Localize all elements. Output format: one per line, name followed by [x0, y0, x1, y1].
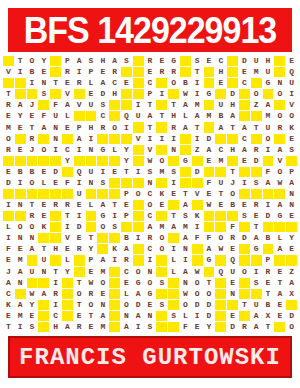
grid-cell-letter: N — [50, 122, 61, 132]
grid-cell-letter: L — [3, 222, 14, 232]
grid-cell-letter: F — [3, 244, 14, 254]
grid-cell-empty — [86, 211, 97, 221]
grid-cell-empty — [38, 134, 49, 144]
grid-cell-empty — [227, 211, 238, 221]
grid-cell-empty — [133, 211, 144, 221]
grid-cell-empty — [263, 89, 274, 99]
grid-cell-letter: E — [156, 200, 167, 210]
grid-cell-empty — [133, 178, 144, 188]
grid-cell-letter: E — [156, 56, 167, 66]
grid-cell-letter: E — [227, 311, 238, 321]
grid-cell-letter: R — [239, 322, 250, 332]
grid-cell-empty — [121, 100, 132, 110]
grid-cell-empty — [286, 222, 297, 232]
grid-cell-letter: K — [286, 122, 297, 132]
grid-cell-empty — [97, 244, 108, 254]
grid-cell-letter: F — [204, 178, 215, 188]
grid-cell-letter: E — [121, 200, 132, 210]
grid-cell-letter: L — [109, 145, 120, 155]
grid-cell-letter: P — [86, 255, 97, 265]
grid-cell-letter: T — [227, 167, 238, 177]
grid-cell-letter: R — [27, 211, 38, 221]
grid-cell-letter: E — [286, 56, 297, 66]
grid-cell-letter: E — [286, 211, 297, 221]
grid-cell-letter: Y — [38, 56, 49, 66]
grid-cell-letter: I — [192, 222, 203, 232]
grid-cell-empty — [15, 289, 26, 299]
grid-cell-letter: T — [50, 78, 61, 88]
grid-cell-letter: M — [263, 111, 274, 121]
grid-cell-empty — [156, 122, 167, 132]
grid-cell-letter: Z — [192, 145, 203, 155]
grid-cell-letter: Y — [204, 322, 215, 332]
grid-cell-letter: N — [286, 200, 297, 210]
grid-cell-letter: I — [192, 89, 203, 99]
grid-cell-letter: L — [62, 111, 73, 121]
grid-cell-letter: O — [145, 200, 156, 210]
grid-cell-letter: N — [15, 278, 26, 288]
grid-cell-letter: A — [97, 200, 108, 210]
grid-cell-letter: I — [74, 178, 85, 188]
grid-cell-letter: A — [227, 111, 238, 121]
grid-cell-letter: T — [274, 278, 285, 288]
grid-cell-empty — [180, 145, 191, 155]
grid-cell-empty — [274, 222, 285, 232]
grid-cell-letter: A — [145, 222, 156, 232]
grid-cell-empty — [74, 89, 85, 99]
grid-cell-letter: Y — [62, 156, 73, 166]
grid-cell-letter: R — [62, 67, 73, 77]
grid-cell-letter: A — [62, 100, 73, 110]
grid-cell-letter: N — [121, 311, 132, 321]
grid-cell-empty — [133, 78, 144, 88]
grid-cell-letter: I — [168, 244, 179, 254]
grid-cell-letter: I — [74, 145, 85, 155]
grid-cell-letter: H — [50, 244, 61, 254]
grid-cell-letter: E — [74, 200, 85, 210]
grid-cell-letter: T — [145, 100, 156, 110]
grid-cell-empty — [62, 300, 73, 310]
grid-cell-empty — [215, 311, 226, 321]
grid-cell-empty — [180, 167, 191, 177]
grid-cell-letter: T — [168, 211, 179, 221]
grid-cell-letter: L — [86, 78, 97, 88]
grid-cell-letter: L — [38, 178, 49, 188]
grid-cell-letter: U — [263, 67, 274, 77]
grid-cell-empty — [227, 134, 238, 144]
grid-cell-empty — [274, 67, 285, 77]
grid-cell-empty — [227, 67, 238, 77]
grid-cell-empty — [74, 255, 85, 265]
grid-cell-letter: I — [145, 255, 156, 265]
grid-cell-empty — [192, 200, 203, 210]
grid-cell-letter: L — [168, 267, 179, 277]
grid-cell-letter: Y — [27, 300, 38, 310]
grid-cell-letter: E — [286, 134, 297, 144]
grid-cell-letter: N — [180, 244, 191, 254]
grid-cell-letter: G — [97, 145, 108, 155]
grid-cell-letter: O — [286, 111, 297, 121]
grid-cell-letter: F — [204, 233, 215, 243]
grid-cell-empty — [38, 233, 49, 243]
grid-cell-letter: E — [204, 156, 215, 166]
grid-cell-letter: I — [192, 134, 203, 144]
grid-cell-letter: O — [86, 300, 97, 310]
grid-cell-letter: N — [274, 78, 285, 88]
grid-cell-letter: O — [121, 300, 132, 310]
grid-cell-letter: Y — [15, 111, 26, 121]
grid-cell-letter: O — [38, 145, 49, 155]
grid-cell-empty — [109, 289, 120, 299]
grid-cell-letter: B — [27, 67, 38, 77]
grid-cell-letter: K — [38, 222, 49, 232]
grid-cell-letter: G — [204, 255, 215, 265]
grid-cell-letter: S — [97, 178, 108, 188]
grid-cell-empty — [156, 145, 167, 155]
grid-cell-letter: O — [192, 289, 203, 299]
grid-cell-letter: A — [145, 111, 156, 121]
grid-cell-letter: J — [227, 178, 238, 188]
grid-cell-letter: N — [180, 278, 191, 288]
grid-cell-letter: N — [168, 145, 179, 155]
grid-cell-letter: T — [62, 211, 73, 221]
grid-cell-letter: V — [74, 100, 85, 110]
grid-cell-empty — [109, 300, 120, 310]
grid-cell-empty — [15, 89, 26, 99]
grid-cell-empty — [251, 134, 262, 144]
grid-cell-letter: T — [239, 300, 250, 310]
grid-cell-letter: U — [215, 178, 226, 188]
grid-cell-empty — [251, 289, 262, 299]
grid-cell-letter: E — [274, 311, 285, 321]
grid-cell-letter: Q — [215, 267, 226, 277]
grid-cell-empty — [180, 134, 191, 144]
grid-cell-letter: M — [204, 111, 215, 121]
grid-cell-letter: E — [50, 178, 61, 188]
grid-cell-empty — [50, 56, 61, 66]
grid-cell-letter: I — [50, 145, 61, 155]
grid-cell-letter: L — [121, 289, 132, 299]
grid-cell-letter: R — [3, 100, 14, 110]
grid-cell-letter: I — [50, 278, 61, 288]
grid-cell-letter: B — [15, 167, 26, 177]
grid-cell-empty — [38, 322, 49, 332]
grid-cell-empty — [109, 100, 120, 110]
grid-cell-letter: E — [239, 200, 250, 210]
grid-cell-letter: G — [180, 156, 191, 166]
grid-cell-empty — [121, 222, 132, 232]
grid-cell-empty — [215, 278, 226, 288]
grid-cell-empty — [62, 311, 73, 321]
grid-cell-letter: E — [192, 322, 203, 332]
grid-cell-letter: S — [168, 311, 179, 321]
grid-cell-empty — [180, 67, 191, 77]
grid-cell-letter: S — [27, 322, 38, 332]
grid-cell-letter: U — [286, 78, 297, 88]
grid-cell-letter: G — [145, 289, 156, 299]
grid-cell-letter: E — [27, 311, 38, 321]
grid-cell-letter: R — [168, 67, 179, 77]
grid-cell-letter: T — [263, 322, 274, 332]
grid-cell-empty — [180, 56, 191, 66]
grid-cell-letter: U — [251, 300, 262, 310]
grid-cell-letter: T — [121, 167, 132, 177]
grid-cell-empty — [86, 189, 97, 199]
grid-cell-letter: T — [109, 200, 120, 210]
grid-cell-empty — [50, 255, 61, 265]
grid-cell-letter: E — [121, 78, 132, 88]
grid-cell-letter: W — [180, 89, 191, 99]
grid-cell-letter: T — [180, 189, 191, 199]
grid-cell-letter: W — [27, 289, 38, 299]
grid-cell-letter: G — [204, 89, 215, 99]
grid-cell-letter: G — [133, 278, 144, 288]
grid-cell-letter: P — [121, 189, 132, 199]
grid-cell-letter: E — [3, 167, 14, 177]
grid-cell-letter: E — [274, 300, 285, 310]
grid-cell-letter: A — [74, 134, 85, 144]
grid-cell-empty — [27, 255, 38, 265]
author-band: FRANCIS GURTOWSKI — [8, 336, 292, 378]
grid-cell-letter: L — [62, 255, 73, 265]
grid-cell-letter: E — [239, 156, 250, 166]
grid-cell-letter: T — [38, 244, 49, 254]
grid-cell-letter: M — [192, 100, 203, 110]
grid-cell-letter: E — [74, 311, 85, 321]
grid-cell-letter: R — [145, 56, 156, 66]
grid-cell-letter: M — [251, 67, 262, 77]
grid-cell-letter: T — [227, 122, 238, 132]
grid-cell-letter: A — [38, 289, 49, 299]
grid-cell-letter: A — [251, 311, 262, 321]
grid-cell-empty — [239, 244, 250, 254]
grid-cell-empty — [168, 278, 179, 288]
grid-cell-empty — [74, 156, 85, 166]
grid-cell-empty — [156, 178, 167, 188]
grid-cell-letter: C — [215, 145, 226, 155]
grid-cell-letter: M — [97, 322, 108, 332]
grid-cell-letter: I — [109, 255, 120, 265]
grid-cell-letter: W — [86, 278, 97, 288]
grid-cell-empty — [38, 278, 49, 288]
grid-cell-empty — [215, 289, 226, 299]
grid-cell-letter: C — [239, 78, 250, 88]
grid-cell-letter: T — [251, 222, 262, 232]
grid-cell-letter: I — [133, 167, 144, 177]
grid-cell-letter: R — [227, 233, 238, 243]
grid-cell-letter: M — [97, 267, 108, 277]
grid-cell-letter: A — [180, 267, 191, 277]
grid-cell-empty — [156, 78, 167, 88]
grid-cell-empty — [38, 189, 49, 199]
grid-cell-letter: P — [74, 122, 85, 132]
grid-cell-empty — [286, 156, 297, 166]
grid-cell-empty — [239, 222, 250, 232]
grid-cell-letter: Q — [121, 111, 132, 121]
grid-cell-letter: D — [204, 300, 215, 310]
grid-cell-letter: J — [27, 100, 38, 110]
grid-cell-empty — [109, 111, 120, 121]
grid-cell-letter: D — [74, 222, 85, 232]
grid-cell-letter: D — [204, 134, 215, 144]
grid-cell-letter: N — [15, 200, 26, 210]
grid-cell-letter: O — [274, 167, 285, 177]
grid-cell-empty — [86, 222, 97, 232]
grid-cell-empty — [227, 300, 238, 310]
grid-cell-empty — [121, 89, 132, 99]
grid-cell-letter: T — [86, 233, 97, 243]
grid-cell-letter: O — [15, 222, 26, 232]
grid-cell-letter: J — [27, 145, 38, 155]
grid-cell-letter: H — [263, 56, 274, 66]
grid-cell-letter: T — [263, 289, 274, 299]
grid-cell-empty — [74, 267, 85, 277]
grid-cell-empty — [38, 100, 49, 110]
grid-cell-letter: F — [180, 322, 191, 332]
grid-cell-letter: R — [50, 289, 61, 299]
grid-cell-letter: S — [286, 145, 297, 155]
grid-cell-empty — [274, 255, 285, 265]
grid-cell-letter: E — [204, 189, 215, 199]
grid-cell-empty — [62, 189, 73, 199]
grid-cell-letter: P — [62, 56, 73, 66]
grid-cell-letter: N — [97, 300, 108, 310]
grid-cell-letter: M — [15, 311, 26, 321]
grid-cell-empty — [133, 222, 144, 232]
grid-cell-letter: S — [121, 56, 132, 66]
grid-cell-letter: A — [15, 267, 26, 277]
grid-cell-empty — [168, 200, 179, 210]
grid-cell-letter: R — [50, 200, 61, 210]
grid-cell-empty — [62, 289, 73, 299]
grid-cell-letter: M — [3, 122, 14, 132]
grid-cell-letter: O — [180, 300, 191, 310]
grid-cell-letter: E — [3, 111, 14, 121]
grid-cell-letter: I — [27, 78, 38, 88]
grid-cell-empty — [109, 311, 120, 321]
grid-cell-letter: S — [38, 89, 49, 99]
grid-cell-letter: O — [27, 222, 38, 232]
grid-cell-letter: O — [156, 244, 167, 254]
grid-cell-letter: K — [109, 244, 120, 254]
grid-cell-letter: R — [145, 233, 156, 243]
grid-cell-letter: I — [97, 167, 108, 177]
grid-cell-letter: R — [74, 78, 85, 88]
grid-cell-empty — [204, 267, 215, 277]
grid-cell-letter: B — [263, 233, 274, 243]
grid-cell-empty — [133, 200, 144, 210]
grid-cell-letter: K — [156, 189, 167, 199]
grid-cell-letter: U — [215, 100, 226, 110]
grid-cell-empty — [215, 222, 226, 232]
grid-cell-empty — [109, 156, 120, 166]
grid-cell-letter: A — [133, 289, 144, 299]
grid-cell-empty — [109, 178, 120, 188]
grid-cell-letter: C — [3, 289, 14, 299]
grid-cell-letter: X — [286, 289, 297, 299]
grid-cell-empty — [192, 178, 203, 188]
grid-cell-empty — [239, 289, 250, 299]
grid-cell-letter: O — [97, 278, 108, 288]
grid-cell-letter: A — [251, 233, 262, 243]
grid-cell-letter: I — [121, 122, 132, 132]
grid-cell-letter: A — [133, 311, 144, 321]
grid-cell-letter: A — [109, 56, 120, 66]
grid-cell-letter: E — [215, 200, 226, 210]
grid-cell-letter: V — [274, 156, 285, 166]
author-name: FRANCIS GURTOWSKI — [19, 344, 281, 371]
grid-cell-letter: L — [180, 111, 191, 121]
grid-cell-letter: I — [74, 211, 85, 221]
grid-cell-letter: J — [3, 267, 14, 277]
grid-cell-letter: I — [180, 255, 191, 265]
grid-cell-letter: K — [3, 300, 14, 310]
grid-cell-empty — [227, 156, 238, 166]
grid-cell-empty — [156, 322, 167, 332]
grid-cell-letter: T — [215, 189, 226, 199]
grid-cell-letter: E — [215, 78, 226, 88]
grid-cell-letter: V — [145, 145, 156, 155]
grid-cell-empty — [97, 134, 108, 144]
grid-cell-empty — [97, 233, 108, 243]
grid-cell-empty — [15, 78, 26, 88]
grid-cell-letter: O — [97, 222, 108, 232]
grid-cell-letter: U — [133, 111, 144, 121]
grid-cell-letter: O — [286, 322, 297, 332]
grid-cell-letter: M — [180, 222, 191, 232]
grid-cell-letter: A — [62, 322, 73, 332]
grid-cell-letter: E — [62, 244, 73, 254]
grid-cell-letter: N — [86, 178, 97, 188]
grid-cell-empty — [109, 267, 120, 277]
grid-cell-letter: A — [274, 200, 285, 210]
grid-cell-letter: A — [74, 56, 85, 66]
title-band: BFS 1429229913 — [8, 8, 292, 52]
grid-cell-letter: C — [239, 134, 250, 144]
grid-cell-letter: V — [62, 89, 73, 99]
grid-cell-letter: X — [263, 311, 274, 321]
grid-cell-letter: Z — [286, 267, 297, 277]
grid-cell-empty — [215, 167, 226, 177]
grid-cell-letter: O — [263, 134, 274, 144]
grid-cell-empty — [204, 122, 215, 132]
grid-cell-letter: E — [121, 278, 132, 288]
grid-cell-letter: D — [50, 167, 61, 177]
grid-cell-letter: N — [50, 134, 61, 144]
grid-cell-empty — [3, 78, 14, 88]
grid-cell-letter: E — [27, 111, 38, 121]
grid-cell-letter: G — [251, 244, 262, 254]
grid-cell-letter: R — [86, 289, 97, 299]
grid-cell-letter: O — [133, 189, 144, 199]
grid-cell-letter: R — [263, 267, 274, 277]
grid-cell-empty — [133, 156, 144, 166]
grid-cell-letter: R — [74, 322, 85, 332]
grid-cell-empty — [156, 211, 167, 221]
grid-cell-empty — [274, 189, 285, 199]
grid-cell-letter: N — [38, 267, 49, 277]
grid-cell-letter: Y — [62, 267, 73, 277]
grid-cell-letter: D — [263, 211, 274, 221]
grid-cell-letter: I — [3, 233, 14, 243]
grid-cell-empty — [239, 255, 250, 265]
grid-cell-empty — [50, 189, 61, 199]
grid-cell-letter: Y — [121, 145, 132, 155]
grid-cell-letter: W — [145, 156, 156, 166]
grid-cell-letter: I — [251, 267, 262, 277]
grid-cell-letter: E — [274, 267, 285, 277]
grid-cell-empty — [97, 189, 108, 199]
